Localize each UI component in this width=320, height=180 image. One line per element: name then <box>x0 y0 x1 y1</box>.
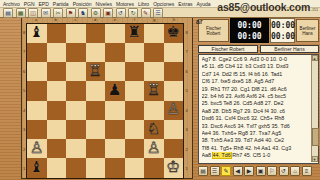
notation-toolbar: ▤☰✎◀▶▣⚐↺⌂≡ <box>198 165 319 177</box>
piece-wK-h1[interactable]: ♔ <box>166 160 180 176</box>
menu-button[interactable]: ≡ <box>302 166 312 176</box>
square-a8[interactable]: ♝ <box>27 24 47 43</box>
square-d3[interactable] <box>86 120 106 139</box>
square-g3[interactable]: ♘ <box>144 120 164 139</box>
square-a4[interactable] <box>27 101 47 120</box>
menu-item-libro[interactable]: Libro <box>138 1 149 7</box>
square-c6[interactable] <box>66 62 86 81</box>
square-h6[interactable] <box>164 62 184 81</box>
square-f8[interactable]: ♜ <box>125 24 145 43</box>
square-b6[interactable] <box>47 62 67 81</box>
edit-icon[interactable]: ✎ <box>141 8 151 18</box>
rank-label-right-1: 1 <box>185 159 189 179</box>
tab-black-player[interactable]: Berliner Hans <box>260 45 319 53</box>
notation-line-6[interactable]: 22. b4 h6 23. Axf6 Axf6 24. c5 bxc5 <box>202 93 311 100</box>
square-d2[interactable] <box>86 139 106 158</box>
book-icon[interactable]: ▣ <box>103 8 113 18</box>
square-f2[interactable] <box>125 139 145 158</box>
watermark: as85@outlook.com..151 <box>217 1 318 13</box>
square-d7[interactable] <box>86 43 106 62</box>
square-a5[interactable] <box>27 81 47 100</box>
cut-icon[interactable]: ✂ <box>53 8 63 18</box>
square-b4[interactable] <box>47 101 67 120</box>
notation-line-12[interactable]: 38. Txh5 Ae3 39. Td7 Ad4 40. Ce2 <box>202 137 311 144</box>
square-c3[interactable] <box>66 120 86 139</box>
notation-line-1[interactable]: Ag7 8. Cge2 Cc6 9. Ad3 0-0 10. 0-0 <box>202 56 311 63</box>
watermark-suffix: ..151 <box>310 7 318 12</box>
rank-label-right-5: 5 <box>185 81 189 101</box>
square-g4[interactable] <box>144 101 164 120</box>
square-g7[interactable] <box>144 43 164 62</box>
square-a1[interactable]: ♝ <box>27 158 47 177</box>
mail-icon[interactable]: ✉ <box>41 8 51 18</box>
square-g1[interactable] <box>144 158 164 177</box>
square-c1[interactable] <box>66 158 86 177</box>
notation-line-11[interactable]: Ae4 36. Txh6+ Rg8 37. Txa7 Ag5 <box>202 130 311 137</box>
menu-item-niveles[interactable]: Niveles <box>96 1 112 7</box>
square-e3[interactable] <box>105 120 125 139</box>
square-c2[interactable] <box>66 139 86 158</box>
black-player-plate: Berliner Hans <box>296 19 319 42</box>
square-e6[interactable] <box>105 62 125 81</box>
square-a7[interactable] <box>27 43 47 62</box>
square-g8[interactable] <box>144 24 164 43</box>
white-player-name-line2: Robert <box>199 31 228 36</box>
final-line-pre[interactable]: Aa8 <box>202 152 213 158</box>
list-button[interactable]: ▤ <box>198 166 208 176</box>
square-a6[interactable] <box>27 62 47 81</box>
chess-board[interactable]: ♝♜♚♖♟♖♙♘♙♙♝♔ <box>26 23 184 179</box>
scroll-down-icon[interactable]: ▼ <box>312 156 318 162</box>
square-f1[interactable] <box>125 158 145 177</box>
forward-button[interactable]: ▶ <box>244 166 254 176</box>
notation-line-5[interactable]: 19. Rh1 Tf7 20. Cg1 Df8 21. d6 Ac6 <box>202 86 311 93</box>
piece-bR-f8[interactable]: ♜ <box>127 25 141 41</box>
piece-bK-h8[interactable]: ♚ <box>166 25 180 41</box>
notation-line-2[interactable]: e5 11. d5 Cb4 12. b3 Cxd3 13. Dxd3 <box>202 63 311 70</box>
square-f3[interactable] <box>125 120 145 139</box>
chess-board-frame: abcdefgh 87654321 87654321 ♝♜♚♖♟♖♙♘♙♙♝♔ <box>21 17 193 179</box>
rows-button[interactable]: ☰ <box>210 166 220 176</box>
notation-line-3[interactable]: Cd7 14. Dd2 f5 15. f4 b6 16. Tad1 <box>202 71 311 78</box>
new-icon[interactable]: ▤ <box>3 8 13 18</box>
square-d5[interactable] <box>86 81 106 100</box>
watermark-text: as85@outlook.com <box>217 1 310 13</box>
square-g5[interactable]: ♖ <box>144 81 164 100</box>
black-player-name-line2: Hans <box>297 31 318 36</box>
square-d6[interactable]: ♖ <box>86 62 106 81</box>
square-b7[interactable] <box>47 43 67 62</box>
watermark-fragment: ar <box>196 18 203 25</box>
notation-line-7[interactable]: 25. bxc5 Te8 26. Cd5 Ad8 27. De2 <box>202 100 311 107</box>
square-d8[interactable] <box>86 24 106 43</box>
engine-icon[interactable]: ⚙ <box>91 8 101 18</box>
square-e8[interactable] <box>105 24 125 43</box>
piece-bB-a1[interactable]: ♝ <box>30 160 44 176</box>
square-h8[interactable]: ♚ <box>164 24 184 43</box>
square-h7[interactable] <box>164 43 184 62</box>
black-clock: 00:00 00:00 <box>270 18 295 43</box>
app-window: ArchivoPGNEPDPartidaPosiciónNivelesMotor… <box>0 0 320 180</box>
square-h3[interactable] <box>164 120 184 139</box>
square-c5[interactable] <box>66 81 86 100</box>
square-b3[interactable] <box>47 120 67 139</box>
current-move[interactable]: 44. Td6 <box>213 152 231 158</box>
white-clock: 00:00 00:00 <box>230 18 269 43</box>
piece-bB-a8[interactable]: ♝ <box>30 25 44 41</box>
notation-scrollbar[interactable]: ▲ ▼ <box>311 55 318 162</box>
flag-icon[interactable]: ⚑ <box>66 8 76 18</box>
rank-label-right-2: 2 <box>185 140 189 160</box>
square-c8[interactable] <box>66 24 86 43</box>
square-e1[interactable] <box>105 158 125 177</box>
rank-label-right-3: 3 <box>185 120 189 140</box>
list-icon[interactable]: ☰ <box>153 8 163 18</box>
tab-white-player[interactable]: Fischer Robert <box>198 45 258 53</box>
square-h1[interactable]: ♔ <box>164 158 184 177</box>
notation-line-4[interactable]: Cf6 17. fxe5 dxe5 18. Ag5 Ad7 <box>202 78 311 85</box>
edit-button[interactable]: ✎ <box>221 166 231 176</box>
home-button[interactable]: ⌂ <box>290 166 300 176</box>
square-b5[interactable] <box>47 81 67 100</box>
square-d4[interactable] <box>86 101 106 120</box>
square-c7[interactable] <box>66 43 86 62</box>
menu-item-motores[interactable]: Motores <box>116 1 134 7</box>
square-f6[interactable] <box>125 62 145 81</box>
square-e2[interactable] <box>105 139 125 158</box>
square-e5[interactable]: ♟ <box>105 81 125 100</box>
rank-label-right-4: 4 <box>185 101 189 121</box>
menu-item-archivo[interactable]: Archivo <box>3 1 20 7</box>
square-h2[interactable] <box>164 139 184 158</box>
knight-icon[interactable]: ♞ <box>78 8 88 18</box>
notation-line-8[interactable]: Aa8 28. Db5 Rg7 29. Dc4 f4 30. c6 <box>202 108 311 115</box>
square-d1[interactable] <box>86 158 106 177</box>
white-clock-main: 00:00 <box>231 20 268 31</box>
flag-button[interactable]: ⚐ <box>267 166 277 176</box>
square-a3[interactable] <box>27 120 47 139</box>
undo-icon[interactable]: ↺ <box>116 8 126 18</box>
square-f5[interactable] <box>125 81 145 100</box>
notation-line-final[interactable]: Aa8 44. Td6 Rh7 45. Cf5 1-0 <box>202 152 311 159</box>
scrollbar-thumb[interactable] <box>312 128 319 146</box>
piece-wR-d6[interactable]: ♖ <box>88 63 102 79</box>
rank-label-right-8: 8 <box>185 23 189 43</box>
redo-icon[interactable]: ↻ <box>128 8 138 18</box>
square-b2[interactable] <box>47 139 67 158</box>
back-button[interactable]: ◀ <box>233 166 243 176</box>
menu-item-posición[interactable]: Posición <box>73 1 92 7</box>
square-e4[interactable] <box>105 101 125 120</box>
square-e7[interactable] <box>105 43 125 62</box>
rank-label-right-6: 6 <box>185 62 189 82</box>
piece-wR-g5[interactable]: ♖ <box>147 83 161 99</box>
undo-button[interactable]: ↺ <box>279 166 289 176</box>
menu-item-ayuda[interactable]: Ayuda <box>196 1 210 7</box>
menu-item-opciones[interactable]: Opciones <box>153 1 174 7</box>
menu-item-extras[interactable]: Extras <box>178 1 192 7</box>
notation-panel[interactable]: Ag7 8. Cge2 Cc6 9. Ad3 0-0 10. 0-0e5 11.… <box>198 54 319 164</box>
square-f4[interactable] <box>125 101 145 120</box>
notation-line-13[interactable]: Tf8 41. Tg5+ Rh8 42. h4 Aa1 43. Cg3 <box>202 145 311 152</box>
piece-wN-g3[interactable]: ♘ <box>147 121 161 137</box>
square-g6[interactable] <box>144 62 164 81</box>
square-f7[interactable] <box>125 43 145 62</box>
piece-wP-a2[interactable]: ♙ <box>30 140 44 156</box>
piece-wP-g2[interactable]: ♙ <box>147 140 161 156</box>
square-a2[interactable]: ♙ <box>27 139 47 158</box>
scroll-up-icon[interactable]: ▲ <box>312 55 318 61</box>
open-icon[interactable]: ▦ <box>16 8 26 18</box>
black-clock-main: 00:00 <box>271 20 294 31</box>
notation-line-10[interactable]: 33. Dxc6 Axc6 34. Txf7 gxh5 35. Td6 <box>202 123 311 130</box>
menu-item-epd[interactable]: EPD <box>39 1 49 7</box>
square-b1[interactable] <box>47 158 67 177</box>
square-g2[interactable]: ♙ <box>144 139 164 158</box>
notation-line-9[interactable]: Dxd6 31. Cxf4 Dxc6 32. Ch5+ Rh8 <box>202 115 311 122</box>
piece-wP-h4[interactable]: ♙ <box>166 102 180 118</box>
move-list[interactable]: Ag7 8. Cge2 Cc6 9. Ad3 0-0 10. 0-0e5 11.… <box>202 56 311 160</box>
save-icon[interactable]: ◫ <box>28 8 38 18</box>
menu-item-partida[interactable]: Partida <box>53 1 69 7</box>
square-b8[interactable] <box>47 24 67 43</box>
piece-bP-e5[interactable]: ♟ <box>108 83 122 99</box>
rank-label-right-7: 7 <box>185 42 189 62</box>
menu-item-pgn[interactable]: PGN <box>24 1 35 7</box>
square-c4[interactable] <box>66 101 86 120</box>
final-line-post[interactable]: Rh7 45. Cf5 1-0 <box>231 152 271 158</box>
white-clock-secondary: 00:00 <box>231 31 268 42</box>
square-h4[interactable]: ♙ <box>164 101 184 120</box>
grid-button[interactable]: ▣ <box>256 166 266 176</box>
black-clock-secondary: 00:00 <box>271 31 294 42</box>
square-h5[interactable] <box>164 81 184 100</box>
rank-labels-right: 87654321 <box>185 23 189 179</box>
